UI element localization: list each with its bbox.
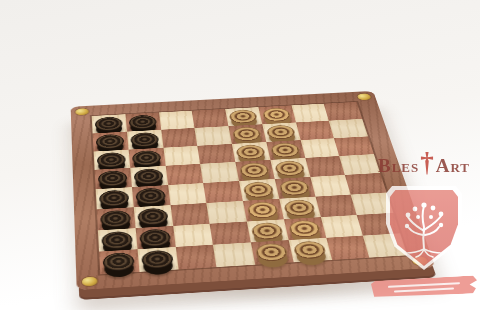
piece-light-man[interactable] (255, 243, 290, 263)
piece-dark-man[interactable] (100, 210, 131, 229)
square-e8[interactable] (225, 107, 262, 126)
square-f3[interactable] (279, 197, 320, 220)
square-c1[interactable] (175, 245, 216, 270)
piece-light-man[interactable] (251, 222, 285, 241)
piece-dark-man[interactable] (135, 187, 166, 205)
square-b8[interactable] (125, 112, 161, 131)
brass-corner-inlay-bottom-left (82, 276, 98, 286)
square-e1[interactable] (251, 240, 294, 264)
brass-corner-inlay-top-left (75, 108, 88, 115)
piece-light-man[interactable] (247, 201, 280, 219)
ribbon-text-line (394, 287, 454, 292)
square-d6[interactable] (197, 144, 235, 164)
square-d2[interactable] (210, 221, 251, 245)
piece-light-man[interactable] (278, 179, 311, 197)
square-g8[interactable] (291, 104, 329, 123)
square-c8[interactable] (159, 111, 195, 130)
piece-dark-man[interactable] (141, 250, 174, 270)
square-a7[interactable] (93, 131, 129, 151)
piece-light-man[interactable] (283, 199, 317, 217)
square-e5[interactable] (235, 160, 274, 181)
square-e3[interactable] (243, 199, 284, 222)
piece-dark-man[interactable] (137, 207, 169, 226)
square-c5[interactable] (165, 164, 203, 185)
square-b7[interactable] (127, 130, 163, 150)
square-c6[interactable] (163, 146, 200, 166)
square-g6[interactable] (300, 138, 339, 158)
square-d1[interactable] (213, 243, 255, 268)
piece-light-man[interactable] (266, 124, 297, 140)
square-a4[interactable] (96, 187, 134, 209)
square-b6[interactable] (128, 147, 165, 167)
piece-light-man[interactable] (274, 160, 306, 177)
square-b4[interactable] (132, 185, 170, 207)
logo-shield-field (390, 190, 458, 266)
square-f8[interactable] (258, 105, 295, 124)
piece-light-man[interactable] (235, 144, 266, 160)
square-a8[interactable] (92, 114, 127, 133)
piece-dark-man[interactable] (99, 190, 130, 208)
blestart-watermark-logo: Bles†Art (366, 152, 480, 296)
piece-dark-man[interactable] (102, 230, 134, 249)
piece-dark-man[interactable] (132, 150, 162, 167)
square-f5[interactable] (270, 158, 310, 179)
square-c4[interactable] (168, 183, 207, 205)
square-b5[interactable] (130, 166, 168, 187)
piece-light-man[interactable] (239, 162, 271, 179)
square-a5[interactable] (95, 168, 132, 189)
piece-dark-man[interactable] (98, 170, 128, 187)
brand-text-right: Art (436, 156, 470, 175)
square-c2[interactable] (173, 223, 214, 247)
square-b2[interactable] (135, 226, 175, 250)
square-d5[interactable] (200, 162, 239, 183)
piece-dark-man[interactable] (97, 152, 127, 169)
square-g7[interactable] (296, 121, 335, 140)
square-f2[interactable] (284, 217, 326, 240)
piece-dark-man[interactable] (134, 168, 165, 185)
piece-light-man[interactable] (262, 107, 292, 122)
square-f4[interactable] (274, 177, 314, 199)
piece-dark-man[interactable] (130, 132, 159, 148)
square-c3[interactable] (170, 203, 210, 226)
olive-tree-icon (398, 197, 450, 259)
piece-dark-man[interactable] (103, 252, 136, 272)
square-a6[interactable] (94, 149, 130, 170)
square-d8[interactable] (192, 109, 228, 128)
square-g5[interactable] (305, 156, 345, 177)
square-h8[interactable] (324, 102, 362, 121)
square-g1[interactable] (326, 236, 370, 260)
piece-light-man[interactable] (293, 241, 328, 261)
piece-light-man[interactable] (229, 109, 259, 124)
brand-text-left: Bles (378, 156, 419, 175)
playing-grid (92, 102, 408, 274)
square-f7[interactable] (262, 122, 300, 141)
piece-light-man[interactable] (270, 142, 302, 158)
piece-dark-man[interactable] (95, 116, 123, 132)
square-e2[interactable] (247, 219, 289, 242)
square-c7[interactable] (161, 128, 198, 148)
square-f6[interactable] (266, 140, 305, 160)
brand-text: Bles†Art (366, 152, 480, 179)
square-h7[interactable] (329, 119, 368, 138)
square-e7[interactable] (228, 124, 266, 144)
square-g2[interactable] (320, 215, 363, 238)
piece-light-man[interactable] (288, 219, 322, 238)
square-e4[interactable] (239, 179, 279, 201)
square-d7[interactable] (195, 126, 232, 146)
square-g4[interactable] (310, 175, 351, 197)
square-b3[interactable] (133, 205, 172, 228)
piece-dark-man[interactable] (96, 134, 125, 150)
piece-light-man[interactable] (243, 181, 275, 199)
square-a2[interactable] (98, 228, 137, 252)
logo-shield (386, 186, 462, 270)
square-f1[interactable] (288, 238, 331, 262)
cross-icon: † (420, 149, 435, 176)
square-b1[interactable] (137, 247, 178, 272)
square-e6[interactable] (232, 142, 270, 162)
piece-dark-man[interactable] (129, 115, 158, 130)
product-photo-stage: Bles†Art (0, 0, 480, 310)
square-d3[interactable] (207, 201, 247, 224)
brass-corner-inlay-top-right (357, 93, 372, 100)
ribbon-text-line (388, 282, 460, 288)
square-d4[interactable] (203, 181, 242, 203)
piece-dark-man[interactable] (139, 228, 171, 247)
logo-ribbon (371, 275, 477, 299)
square-g3[interactable] (315, 194, 357, 216)
square-a3[interactable] (97, 207, 136, 230)
square-a1[interactable] (99, 249, 139, 274)
piece-light-man[interactable] (232, 126, 263, 142)
